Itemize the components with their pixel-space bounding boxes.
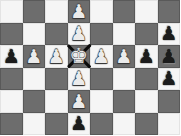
square-c4[interactable]: ♟ <box>45 45 68 68</box>
square-b2[interactable] <box>23 90 46 113</box>
square-c2[interactable] <box>45 90 68 113</box>
white-pawn: ♟ <box>68 90 91 113</box>
square-a4[interactable]: ♟ <box>0 45 23 68</box>
square-h1[interactable] <box>158 113 181 136</box>
black-pawn: ♟ <box>0 45 23 68</box>
square-h2[interactable] <box>158 90 181 113</box>
square-h3[interactable]: ♟ <box>158 68 181 91</box>
chess-board: ♟♟♟♟♟♟♚♟♟♟♟♟♟♟♟ <box>0 0 180 135</box>
square-f5[interactable] <box>113 23 136 46</box>
square-d3[interactable]: ♟ <box>68 68 91 91</box>
square-g5[interactable] <box>135 23 158 46</box>
black-pawn: ♟ <box>135 45 158 68</box>
square-b5[interactable] <box>23 23 46 46</box>
square-g6[interactable] <box>135 0 158 23</box>
white-pawn: ♟ <box>68 68 91 91</box>
white-king: ♚ <box>68 45 91 68</box>
black-pawn: ♟ <box>68 113 91 136</box>
square-h6[interactable] <box>158 0 181 23</box>
square-a1[interactable] <box>0 113 23 136</box>
square-c1[interactable] <box>45 113 68 136</box>
square-c5[interactable] <box>45 23 68 46</box>
square-e6[interactable] <box>90 0 113 23</box>
square-b6[interactable] <box>23 0 46 23</box>
square-g3[interactable] <box>135 68 158 91</box>
square-b3[interactable] <box>23 68 46 91</box>
white-pawn: ♟ <box>23 45 46 68</box>
square-a3[interactable] <box>0 68 23 91</box>
square-d2[interactable]: ♟ <box>68 90 91 113</box>
black-pawn: ♟ <box>158 45 181 68</box>
square-e4[interactable]: ♟ <box>90 45 113 68</box>
square-a6[interactable] <box>0 0 23 23</box>
white-pawn: ♟ <box>90 45 113 68</box>
square-d1[interactable]: ♟ <box>68 113 91 136</box>
square-c3[interactable] <box>45 68 68 91</box>
square-e1[interactable] <box>90 113 113 136</box>
square-b4[interactable]: ♟ <box>23 45 46 68</box>
square-c6[interactable] <box>45 0 68 23</box>
square-f2[interactable] <box>113 90 136 113</box>
square-f1[interactable] <box>113 113 136 136</box>
square-d5[interactable]: ♟ <box>68 23 91 46</box>
square-f6[interactable] <box>113 0 136 23</box>
white-pawn: ♟ <box>113 45 136 68</box>
square-h4[interactable]: ♟ <box>158 45 181 68</box>
black-pawn: ♟ <box>158 68 181 91</box>
square-d6[interactable]: ♟ <box>68 0 91 23</box>
square-e2[interactable] <box>90 90 113 113</box>
square-e5[interactable] <box>90 23 113 46</box>
white-pawn: ♟ <box>45 45 68 68</box>
square-b1[interactable] <box>23 113 46 136</box>
square-a2[interactable] <box>0 90 23 113</box>
black-pawn: ♟ <box>158 23 181 46</box>
white-pawn: ♟ <box>68 23 91 46</box>
square-g4[interactable]: ♟ <box>135 45 158 68</box>
square-d4[interactable]: ♚ <box>68 45 91 68</box>
square-e3[interactable] <box>90 68 113 91</box>
square-g2[interactable] <box>135 90 158 113</box>
square-a5[interactable] <box>0 23 23 46</box>
square-g1[interactable] <box>135 113 158 136</box>
white-pawn: ♟ <box>68 0 91 23</box>
square-h5[interactable]: ♟ <box>158 23 181 46</box>
square-f4[interactable]: ♟ <box>113 45 136 68</box>
square-f3[interactable] <box>113 68 136 91</box>
